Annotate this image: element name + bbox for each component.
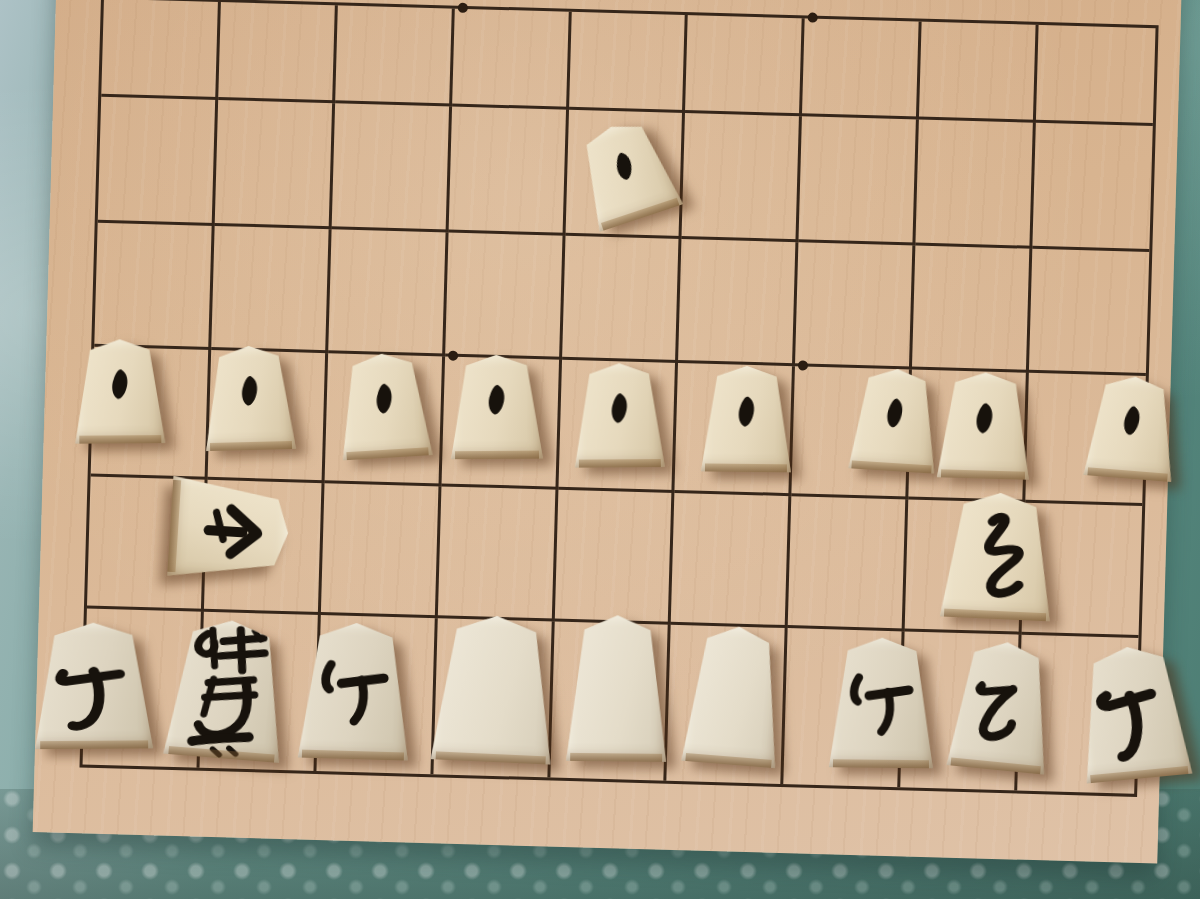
board-cell-6d[interactable] bbox=[452, 9, 572, 110]
piece-body bbox=[1074, 642, 1192, 783]
board-cell-1d[interactable] bbox=[1036, 25, 1156, 126]
piece-body bbox=[298, 622, 412, 761]
board-cell-3e[interactable] bbox=[799, 116, 919, 245]
piece-body bbox=[937, 371, 1032, 480]
board-cell-3d[interactable] bbox=[802, 18, 922, 119]
board-cell-2f[interactable] bbox=[912, 246, 1032, 373]
piece-body bbox=[1083, 373, 1179, 482]
piece-body bbox=[681, 623, 786, 768]
piece-body bbox=[450, 355, 543, 460]
board-cell-2d[interactable] bbox=[919, 22, 1039, 123]
piece-side-edge bbox=[40, 740, 149, 749]
te-mark-icon bbox=[947, 638, 1057, 775]
shogi-board bbox=[33, 0, 1183, 864]
board-cell-9e[interactable] bbox=[98, 97, 218, 226]
board-cell-5h[interactable] bbox=[554, 490, 675, 625]
piece-side-edge bbox=[570, 753, 662, 762]
board-cell-4f[interactable] bbox=[678, 239, 798, 366]
board-cell-8e[interactable] bbox=[215, 100, 335, 229]
piece-body bbox=[701, 365, 792, 472]
piece-body bbox=[337, 351, 433, 460]
shogi-piece-2i-te[interactable] bbox=[947, 638, 1057, 775]
ke-mark-icon bbox=[829, 637, 934, 768]
shogi-piece-3i-ke[interactable] bbox=[829, 637, 934, 768]
shogi-piece-1i-tee[interactable] bbox=[1074, 642, 1192, 783]
board-cell-8d[interactable] bbox=[218, 2, 338, 103]
piece-side-edge bbox=[455, 451, 540, 460]
board-cell-8f[interactable] bbox=[211, 226, 331, 353]
leaf-mark-icon bbox=[937, 371, 1032, 480]
piece-body bbox=[940, 491, 1056, 622]
leaf-mark-icon bbox=[1083, 373, 1179, 482]
board-cell-6h[interactable] bbox=[437, 486, 558, 621]
piece-side-edge bbox=[578, 459, 661, 468]
board-cell-1e[interactable] bbox=[1032, 123, 1152, 252]
piece-body bbox=[34, 622, 153, 749]
board-cell-5f[interactable] bbox=[562, 236, 682, 363]
leaf-mark-icon bbox=[450, 355, 543, 460]
shogi-piece-2g-leaf[interactable] bbox=[937, 371, 1032, 480]
board-cell-9f[interactable] bbox=[94, 223, 214, 350]
piece-body bbox=[574, 363, 665, 468]
teetail-mark-icon bbox=[34, 622, 153, 749]
piece-body bbox=[167, 476, 291, 583]
shogi-piece-9i-teetail[interactable] bbox=[34, 622, 153, 749]
piece-body bbox=[163, 616, 290, 763]
shogi-piece-1g-leaf[interactable] bbox=[1083, 373, 1179, 482]
piece-body bbox=[566, 615, 668, 762]
board-cell-3f[interactable] bbox=[795, 242, 915, 369]
shogi-piece-7g-leaf[interactable] bbox=[337, 351, 433, 460]
board-cell-6f[interactable] bbox=[445, 232, 565, 359]
star-point bbox=[797, 360, 807, 370]
board-cell-7h[interactable] bbox=[321, 483, 442, 618]
leaf-mark-icon bbox=[204, 345, 297, 451]
shogi-piece-4i-blank[interactable] bbox=[681, 623, 786, 768]
squiggle-mark-icon bbox=[940, 491, 1056, 622]
arrow-mark-icon bbox=[167, 476, 291, 583]
leaf-mark-icon bbox=[848, 366, 940, 473]
board-cell-4d[interactable] bbox=[685, 15, 805, 116]
piece-side-edge bbox=[79, 435, 162, 444]
star-point bbox=[457, 2, 467, 12]
board-cell-4h[interactable] bbox=[671, 493, 792, 628]
leaf-mark-icon bbox=[701, 365, 792, 472]
piece-body bbox=[431, 613, 557, 764]
piece-body bbox=[947, 638, 1057, 775]
piece-body bbox=[829, 637, 934, 768]
piece-body bbox=[75, 339, 166, 444]
shogi-piece-8h-arrow[interactable] bbox=[167, 476, 291, 583]
ryuma-mark-icon bbox=[163, 616, 290, 763]
shogi-piece-6g-leaf[interactable] bbox=[450, 355, 543, 460]
leaf-mark-icon bbox=[75, 339, 166, 444]
board-cell-7e[interactable] bbox=[331, 103, 451, 232]
board-cell-1f[interactable] bbox=[1029, 249, 1149, 376]
piece-body bbox=[848, 366, 940, 473]
shogi-piece-3g-leaf[interactable] bbox=[848, 366, 940, 473]
ke-mark-icon bbox=[298, 622, 412, 761]
board-cell-2e[interactable] bbox=[916, 120, 1036, 249]
board-cell-3h[interactable] bbox=[788, 496, 909, 631]
board-cell-5d[interactable] bbox=[569, 12, 689, 113]
shogi-piece-6i-blank[interactable] bbox=[431, 613, 557, 764]
shogi-photo-scene: { "game": "shogi", "scene": { "descripti… bbox=[0, 0, 1200, 899]
leaf-mark-icon bbox=[574, 363, 665, 468]
shogi-piece-2h-squiggle[interactable] bbox=[940, 491, 1056, 622]
board-cell-6e[interactable] bbox=[448, 107, 568, 236]
shogi-piece-8i-ryuma[interactable] bbox=[163, 616, 290, 763]
shogi-piece-7i-ke[interactable] bbox=[298, 622, 412, 761]
shogi-piece-9g-leaf[interactable] bbox=[75, 339, 166, 444]
shogi-piece-4g-leaf[interactable] bbox=[701, 365, 792, 472]
shogi-piece-5i-blank[interactable] bbox=[566, 615, 668, 762]
board-cell-7f[interactable] bbox=[328, 229, 448, 356]
star-point bbox=[807, 12, 817, 22]
leaf-mark-icon bbox=[337, 351, 433, 460]
piece-side-edge bbox=[833, 759, 929, 768]
shogi-piece-5g-leaf[interactable] bbox=[574, 363, 665, 468]
shogi-piece-8g-leaf[interactable] bbox=[204, 345, 297, 451]
board-cell-4e[interactable] bbox=[682, 113, 802, 242]
board-cell-7d[interactable] bbox=[335, 5, 455, 106]
piece-side-edge bbox=[705, 463, 788, 472]
piece-body bbox=[204, 345, 297, 451]
tee-mark-icon bbox=[1074, 642, 1192, 783]
board-cell-9d[interactable] bbox=[101, 0, 221, 100]
